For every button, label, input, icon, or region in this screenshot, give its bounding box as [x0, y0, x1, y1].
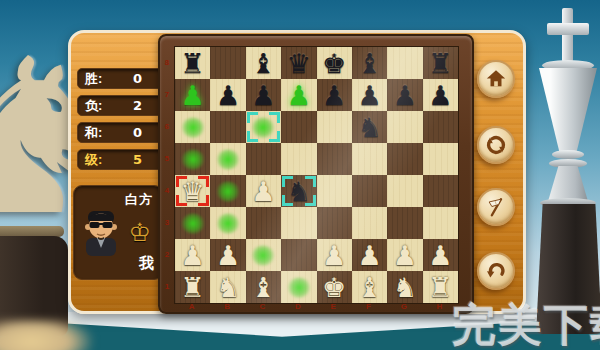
square-h4[interactable] [423, 175, 458, 207]
legal-move-hint [216, 149, 240, 170]
stat-wins-label: 胜: [85, 70, 102, 88]
black-pawn-e7: ♟ [322, 82, 346, 109]
stat-draws: 和: 0 [77, 122, 163, 143]
square-c7[interactable]: ♟ [246, 79, 281, 111]
square-h6[interactable] [423, 111, 458, 143]
rank-labels: 87654321 [162, 46, 172, 302]
stat-level-label: 级: [85, 151, 102, 169]
black-knight-d4: ♞ [287, 178, 311, 205]
stat-level-value: 5 [133, 152, 142, 167]
square-d6[interactable] [281, 111, 316, 143]
home-icon [485, 68, 507, 90]
square-a2[interactable]: ♟ [175, 239, 210, 271]
white-pawn-c4: ♟ [251, 178, 275, 205]
black-pawn-f7: ♟ [357, 82, 381, 109]
legal-move-hint [216, 213, 240, 234]
black-king-e8: ♚ [322, 50, 346, 77]
square-d5[interactable] [281, 143, 316, 175]
black-pawn-b7: ♟ [216, 82, 240, 109]
square-c6[interactable] [246, 111, 281, 143]
watermark-text: 完美下载 [452, 296, 600, 350]
square-c2[interactable] [246, 239, 281, 271]
square-e5[interactable] [317, 143, 352, 175]
white-pawn-a2: ♟ [181, 242, 205, 269]
stat-draws-value: 0 [133, 125, 142, 140]
square-g7[interactable]: ♟ [387, 79, 422, 111]
flag-icon [485, 196, 507, 218]
black-pawn-c7: ♟ [251, 82, 275, 109]
square-d1[interactable] [281, 271, 316, 303]
black-bishop-c8: ♝ [251, 50, 275, 77]
square-d8[interactable]: ♛ [281, 47, 316, 79]
square-h2[interactable]: ♟ [423, 239, 458, 271]
square-g2[interactable]: ♟ [387, 239, 422, 271]
square-e7[interactable]: ♟ [317, 79, 352, 111]
legal-move-hint [216, 181, 240, 202]
square-h3[interactable] [423, 207, 458, 239]
player-panel: 白方 ♔ 我 [73, 185, 163, 280]
square-b6[interactable] [210, 111, 245, 143]
white-pawn-g2: ♟ [393, 242, 417, 269]
chess-board: 87654321 ♜♝♛♚♝♜♟♟♟♟♟♟♟♟♞♛♟♞♟♟♟♟♟♟♜♞♝♚♝♞♜… [158, 34, 474, 314]
file-labels: ABCDEFGH [174, 302, 457, 311]
square-h5[interactable] [423, 143, 458, 175]
square-f7[interactable]: ♟ [352, 79, 387, 111]
square-c8[interactable]: ♝ [246, 47, 281, 79]
background-blurred-piece [0, 320, 92, 350]
square-b1[interactable]: ♞ [210, 271, 245, 303]
black-pawn-a7: ♟ [181, 82, 205, 109]
square-g5[interactable] [387, 143, 422, 175]
white-king-e1: ♚ [322, 274, 346, 301]
square-f2[interactable]: ♟ [352, 239, 387, 271]
square-g8[interactable] [387, 47, 422, 79]
square-e4[interactable] [317, 175, 352, 207]
stat-losses-value: 2 [133, 98, 142, 113]
square-c4[interactable]: ♟ [246, 175, 281, 207]
resign-flag-button[interactable] [477, 188, 515, 226]
screen: ♞ 胜: 0 负: 2 和: 0 级: 5 [0, 0, 600, 350]
white-knight-g1: ♞ [393, 274, 417, 301]
black-rook-a8: ♜ [181, 50, 205, 77]
player-avatar [80, 208, 122, 256]
stat-draws-label: 和: [85, 124, 102, 142]
black-bishop-f8: ♝ [357, 50, 381, 77]
undo-icon [485, 260, 507, 282]
square-d7[interactable]: ♟ [281, 79, 316, 111]
legal-move-hint [181, 213, 205, 234]
square-e6[interactable] [317, 111, 352, 143]
square-e2[interactable]: ♟ [317, 239, 352, 271]
square-e8[interactable]: ♚ [317, 47, 352, 79]
square-h8[interactable]: ♜ [423, 47, 458, 79]
legal-move-hint [287, 277, 311, 298]
square-a4[interactable]: ♛ [175, 175, 210, 207]
square-a3[interactable] [175, 207, 210, 239]
white-bishop-c1: ♝ [251, 274, 275, 301]
undo-button[interactable] [477, 252, 515, 290]
white-knight-b1: ♞ [216, 274, 240, 301]
square-b8[interactable] [210, 47, 245, 79]
black-knight-f6: ♞ [357, 114, 381, 141]
legal-move-hint [251, 117, 275, 138]
legal-move-hint [181, 149, 205, 170]
square-a6[interactable] [175, 111, 210, 143]
square-b4[interactable] [210, 175, 245, 207]
rotate-icon [485, 134, 507, 156]
player-name: 我 [139, 254, 154, 273]
white-pawn-h2: ♟ [428, 242, 452, 269]
square-a5[interactable] [175, 143, 210, 175]
square-g3[interactable] [387, 207, 422, 239]
player-side-label: 白方 [125, 191, 153, 209]
square-b5[interactable] [210, 143, 245, 175]
square-a7[interactable]: ♟ [175, 79, 210, 111]
square-b3[interactable] [210, 207, 245, 239]
square-a1[interactable]: ♜ [175, 271, 210, 303]
stat-wins: 胜: 0 [77, 68, 163, 89]
square-g4[interactable] [387, 175, 422, 207]
square-c3[interactable] [246, 207, 281, 239]
legal-move-hint [251, 245, 275, 266]
square-h7[interactable]: ♟ [423, 79, 458, 111]
white-king-crown-icon: ♔ [129, 220, 151, 245]
square-d3[interactable] [281, 207, 316, 239]
home-button[interactable] [477, 60, 515, 98]
white-pawn-e2: ♟ [322, 242, 346, 269]
square-f4[interactable] [352, 175, 387, 207]
black-queen-d8: ♛ [287, 50, 311, 77]
square-a8[interactable]: ♜ [175, 47, 210, 79]
square-b2[interactable]: ♟ [210, 239, 245, 271]
black-pawn-g7: ♟ [393, 82, 417, 109]
square-c5[interactable] [246, 143, 281, 175]
stat-wins-value: 0 [133, 71, 142, 86]
stat-losses: 负: 2 [77, 95, 163, 116]
white-pawn-b2: ♟ [216, 242, 240, 269]
square-f8[interactable]: ♝ [352, 47, 387, 79]
square-c1[interactable]: ♝ [246, 271, 281, 303]
square-d2[interactable] [281, 239, 316, 271]
square-f3[interactable] [352, 207, 387, 239]
white-rook-a1: ♜ [181, 274, 205, 301]
square-f6[interactable]: ♞ [352, 111, 387, 143]
square-e3[interactable] [317, 207, 352, 239]
white-queen-a4: ♛ [181, 178, 205, 205]
board-grid[interactable]: ♜♝♛♚♝♜♟♟♟♟♟♟♟♟♞♛♟♞♟♟♟♟♟♟♜♞♝♚♝♞♜ [174, 46, 459, 304]
square-g6[interactable] [387, 111, 422, 143]
stat-level: 级: 5 [77, 149, 163, 170]
square-f5[interactable] [352, 143, 387, 175]
stat-losses-label: 负: [85, 97, 102, 115]
square-f1[interactable]: ♝ [352, 271, 387, 303]
black-rook-h8: ♜ [428, 50, 452, 77]
square-g1[interactable]: ♞ [387, 271, 422, 303]
stats-panel: 胜: 0 负: 2 和: 0 级: 5 [77, 68, 163, 176]
white-bishop-f1: ♝ [357, 274, 381, 301]
legal-move-hint [181, 117, 205, 138]
rotate-button[interactable] [477, 126, 515, 164]
square-b7[interactable]: ♟ [210, 79, 245, 111]
white-pawn-f2: ♟ [357, 242, 381, 269]
black-pawn-d7: ♟ [287, 82, 311, 109]
white-rook-h1: ♜ [428, 274, 452, 301]
game-panel: 胜: 0 负: 2 和: 0 级: 5 白方 [68, 30, 526, 314]
black-pawn-h7: ♟ [428, 82, 452, 109]
square-e1[interactable]: ♚ [317, 271, 352, 303]
square-d4[interactable]: ♞ [281, 175, 316, 207]
